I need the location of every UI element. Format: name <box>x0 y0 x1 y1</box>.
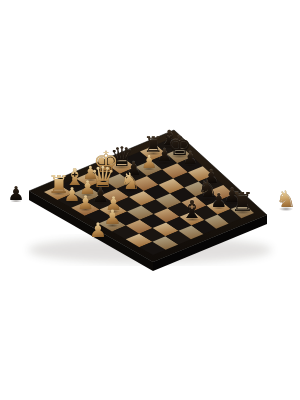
piece-wP-a6[interactable]: ♟ <box>77 192 94 211</box>
chess-set-product-photo: ♜♝♟♚♛♜♝♟♟♛♟♟♟♚♟♟♞♟♟♟♟♞♝♟♟♜♟♟♞ <box>0 0 300 400</box>
piece-wN-d6[interactable]: ♞ <box>120 170 141 193</box>
piece-bP-g2[interactable]: ♟ <box>210 191 227 210</box>
piece-bR-h1[interactable]: ♜ <box>231 189 254 215</box>
frame-piece-wP[interactable]: ♟ <box>89 220 107 240</box>
piece-wP-f7[interactable]: ♟ <box>141 153 157 171</box>
offboard-piece-wN[interactable]: ♞ <box>276 188 297 211</box>
chess-board <box>0 0 300 400</box>
piece-bP-g7[interactable]: ♟ <box>157 147 172 164</box>
piece-bP-h6[interactable]: ♟ <box>183 150 198 167</box>
piece-bB-e2[interactable]: ♝ <box>181 197 203 222</box>
offboard-piece-bP[interactable]: ♟ <box>7 184 24 203</box>
